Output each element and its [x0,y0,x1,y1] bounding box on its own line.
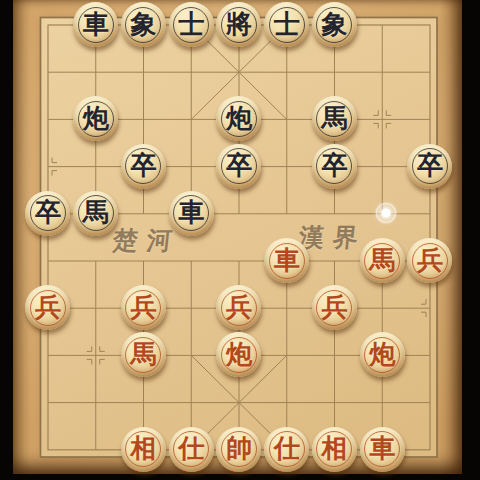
piece-red-general[interactable]: 帥 [216,427,261,472]
piece-black-chariot[interactable]: 車 [169,191,214,236]
piece-glyph: 士 [274,11,300,37]
piece-glyph: 兵 [226,294,252,320]
piece-glyph: 馬 [321,105,347,131]
piece-black-advisor[interactable]: 士 [264,2,309,47]
piece-glyph: 炮 [226,341,252,367]
piece-red-advisor[interactable]: 仕 [264,427,309,472]
piece-glyph: 士 [178,11,204,37]
piece-glyph: 象 [321,11,347,37]
piece-red-cannon[interactable]: 炮 [360,332,405,377]
piece-glyph: 將 [226,11,252,37]
piece-glyph: 相 [321,435,347,461]
pieces-grid: 車象士將士象炮炮馬卒卒卒卒卒馬車車馬兵兵兵兵兵馬炮炮相仕帥仕相車 [24,1,454,473]
piece-black-cannon[interactable]: 炮 [73,96,118,141]
piece-black-elephant[interactable]: 象 [312,2,357,47]
piece-glyph: 仕 [274,435,300,461]
piece-red-horse[interactable]: 馬 [360,238,405,283]
piece-glyph: 馬 [369,247,395,273]
piece-glyph: 帥 [226,435,252,461]
piece-black-soldier[interactable]: 卒 [407,144,452,189]
piece-red-soldier[interactable]: 兵 [312,285,357,330]
piece-glyph: 炮 [226,105,252,131]
piece-glyph: 象 [130,11,156,37]
piece-black-soldier[interactable]: 卒 [121,144,166,189]
piece-black-general[interactable]: 將 [216,2,261,47]
piece-black-advisor[interactable]: 士 [169,2,214,47]
piece-glyph: 兵 [130,294,156,320]
piece-glyph: 卒 [321,152,347,178]
piece-red-elephant[interactable]: 相 [312,427,357,472]
piece-glyph: 兵 [321,294,347,320]
piece-black-horse[interactable]: 馬 [73,191,118,236]
piece-glyph: 仕 [178,435,204,461]
piece-glyph: 馬 [83,199,109,225]
piece-black-soldier[interactable]: 卒 [312,144,357,189]
piece-red-soldier[interactable]: 兵 [407,238,452,283]
piece-glyph: 兵 [35,294,61,320]
piece-glyph: 卒 [226,152,252,178]
piece-red-soldier[interactable]: 兵 [121,285,166,330]
piece-red-chariot[interactable]: 車 [360,427,405,472]
piece-red-elephant[interactable]: 相 [121,427,166,472]
xiangqi-app: 楚河 漢界 車象士將士象炮炮馬卒卒卒卒卒馬車車馬兵兵兵兵兵馬炮炮相仕帥仕相車 [0,0,480,480]
piece-black-cannon[interactable]: 炮 [216,96,261,141]
piece-red-cannon[interactable]: 炮 [216,332,261,377]
piece-red-soldier[interactable]: 兵 [216,285,261,330]
piece-glyph: 炮 [369,341,395,367]
touch-sparkle-effect [382,209,391,218]
piece-black-elephant[interactable]: 象 [121,2,166,47]
piece-black-horse[interactable]: 馬 [312,96,357,141]
piece-black-soldier[interactable]: 卒 [25,191,70,236]
piece-black-soldier[interactable]: 卒 [216,144,261,189]
piece-red-chariot[interactable]: 車 [264,238,309,283]
piece-glyph: 車 [178,199,204,225]
piece-glyph: 卒 [35,199,61,225]
piece-glyph: 卒 [130,152,156,178]
piece-red-horse[interactable]: 馬 [121,332,166,377]
piece-glyph: 卒 [417,152,443,178]
piece-glyph: 炮 [83,105,109,131]
piece-black-chariot[interactable]: 車 [73,2,118,47]
piece-glyph: 車 [83,11,109,37]
piece-glyph: 車 [274,247,300,273]
piece-red-soldier[interactable]: 兵 [25,285,70,330]
piece-glyph: 相 [130,435,156,461]
piece-glyph: 車 [369,435,395,461]
piece-glyph: 兵 [417,247,443,273]
piece-glyph: 馬 [130,341,156,367]
piece-red-advisor[interactable]: 仕 [169,427,214,472]
